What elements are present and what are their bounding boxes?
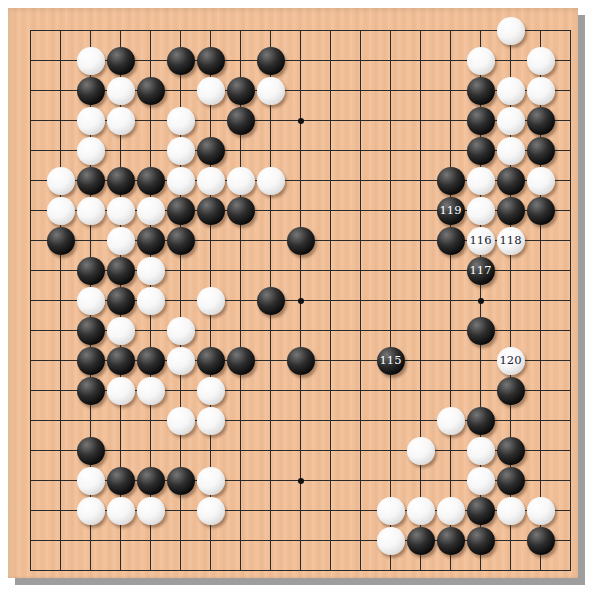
- stone-white[interactable]: [107, 77, 135, 105]
- stone-white[interactable]: [467, 197, 495, 225]
- stone-white[interactable]: [107, 377, 135, 405]
- stone-black[interactable]: [77, 257, 105, 285]
- stone-black[interactable]: [497, 167, 525, 195]
- go-board[interactable]: 119116118117115120: [8, 8, 578, 578]
- stone-white[interactable]: [497, 497, 525, 525]
- stone-white-move-118[interactable]: 118: [497, 227, 525, 255]
- stone-white[interactable]: [377, 497, 405, 525]
- stone-white[interactable]: [227, 167, 255, 195]
- stone-white[interactable]: [257, 167, 285, 195]
- stone-black[interactable]: [197, 347, 225, 375]
- stone-black[interactable]: [107, 257, 135, 285]
- stone-white[interactable]: [107, 107, 135, 135]
- stone-white[interactable]: [437, 497, 465, 525]
- stone-black[interactable]: [167, 227, 195, 255]
- stone-white[interactable]: [167, 407, 195, 435]
- stone-black[interactable]: [467, 527, 495, 555]
- stone-white[interactable]: [497, 107, 525, 135]
- stone-black[interactable]: [257, 47, 285, 75]
- move-number-label: 115: [380, 355, 402, 367]
- stone-white[interactable]: [197, 167, 225, 195]
- grid-line-vertical: [420, 30, 421, 571]
- stone-black[interactable]: [467, 137, 495, 165]
- stone-black[interactable]: [167, 197, 195, 225]
- stone-black[interactable]: [467, 107, 495, 135]
- stone-black[interactable]: [167, 467, 195, 495]
- stone-white[interactable]: [47, 167, 75, 195]
- stone-white[interactable]: [107, 317, 135, 345]
- stone-white[interactable]: [467, 437, 495, 465]
- stone-black[interactable]: [227, 347, 255, 375]
- stone-white[interactable]: [167, 347, 195, 375]
- star-point: [298, 478, 304, 484]
- move-number-label: 118: [500, 235, 522, 247]
- stone-black[interactable]: [107, 347, 135, 375]
- stone-black[interactable]: [497, 197, 525, 225]
- stone-black[interactable]: [197, 47, 225, 75]
- stone-black[interactable]: [497, 437, 525, 465]
- star-point: [298, 298, 304, 304]
- stone-black[interactable]: [77, 77, 105, 105]
- stone-black[interactable]: [77, 347, 105, 375]
- move-number-label: 120: [500, 355, 522, 367]
- stone-white[interactable]: [137, 497, 165, 525]
- stone-white-move-116[interactable]: 116: [467, 227, 495, 255]
- stone-black[interactable]: [137, 77, 165, 105]
- stone-black-move-117[interactable]: 117: [467, 257, 495, 285]
- stone-black-move-115[interactable]: 115: [377, 347, 405, 375]
- stone-black[interactable]: [527, 197, 555, 225]
- move-number-label: 116: [470, 235, 492, 247]
- stone-black[interactable]: [497, 467, 525, 495]
- stone-black[interactable]: [137, 167, 165, 195]
- stone-white[interactable]: [497, 137, 525, 165]
- stone-white[interactable]: [197, 287, 225, 315]
- stone-black[interactable]: [77, 317, 105, 345]
- stone-black[interactable]: [467, 317, 495, 345]
- stone-white-move-120[interactable]: 120: [497, 347, 525, 375]
- star-point: [478, 298, 484, 304]
- stone-black[interactable]: [257, 287, 285, 315]
- stone-black[interactable]: [137, 467, 165, 495]
- stone-white[interactable]: [77, 137, 105, 165]
- stone-black[interactable]: [77, 437, 105, 465]
- stone-black[interactable]: [47, 227, 75, 255]
- stone-black[interactable]: [107, 47, 135, 75]
- grid-line-vertical: [570, 30, 571, 571]
- stone-white[interactable]: [407, 497, 435, 525]
- stone-white[interactable]: [497, 77, 525, 105]
- stone-white[interactable]: [437, 407, 465, 435]
- stone-black[interactable]: [137, 227, 165, 255]
- stone-black[interactable]: [527, 137, 555, 165]
- stone-white[interactable]: [257, 77, 285, 105]
- stone-black[interactable]: [77, 377, 105, 405]
- stone-black[interactable]: [527, 107, 555, 135]
- stone-white[interactable]: [137, 287, 165, 315]
- stone-black[interactable]: [497, 377, 525, 405]
- stone-white[interactable]: [467, 167, 495, 195]
- move-number-label: 119: [440, 205, 462, 217]
- stone-white[interactable]: [377, 527, 405, 555]
- stone-black[interactable]: [167, 47, 195, 75]
- stone-white[interactable]: [407, 437, 435, 465]
- stone-black[interactable]: [107, 467, 135, 495]
- stone-white[interactable]: [107, 227, 135, 255]
- stone-black[interactable]: [227, 197, 255, 225]
- stone-white[interactable]: [167, 167, 195, 195]
- stone-black-move-119[interactable]: 119: [437, 197, 465, 225]
- stone-white[interactable]: [167, 107, 195, 135]
- stone-white[interactable]: [197, 77, 225, 105]
- grid-line-vertical: [360, 30, 361, 571]
- stone-white[interactable]: [197, 407, 225, 435]
- stone-black[interactable]: [287, 347, 315, 375]
- grid-line-horizontal: [30, 570, 571, 571]
- stone-black[interactable]: [437, 167, 465, 195]
- stone-white[interactable]: [167, 317, 195, 345]
- stone-white[interactable]: [107, 197, 135, 225]
- star-point: [298, 118, 304, 124]
- stone-white[interactable]: [527, 497, 555, 525]
- stone-white[interactable]: [137, 197, 165, 225]
- stone-white[interactable]: [527, 77, 555, 105]
- stone-white[interactable]: [77, 497, 105, 525]
- stone-white[interactable]: [527, 47, 555, 75]
- stone-black[interactable]: [107, 287, 135, 315]
- stone-white[interactable]: [467, 467, 495, 495]
- stone-white[interactable]: [47, 197, 75, 225]
- stone-black[interactable]: [407, 527, 435, 555]
- go-diagram: 119116118117115120: [0, 0, 600, 600]
- stone-white[interactable]: [77, 197, 105, 225]
- stone-white[interactable]: [527, 167, 555, 195]
- stone-black[interactable]: [467, 407, 495, 435]
- grid-line-vertical: [390, 30, 391, 571]
- stone-black[interactable]: [77, 167, 105, 195]
- stone-white[interactable]: [497, 17, 525, 45]
- stone-white[interactable]: [467, 47, 495, 75]
- stone-black[interactable]: [437, 227, 465, 255]
- stone-black[interactable]: [137, 347, 165, 375]
- grid-line-vertical: [330, 30, 331, 571]
- stone-black[interactable]: [227, 77, 255, 105]
- stone-black[interactable]: [197, 137, 225, 165]
- stone-white[interactable]: [77, 107, 105, 135]
- stone-white[interactable]: [167, 137, 195, 165]
- stone-white[interactable]: [197, 497, 225, 525]
- stone-white[interactable]: [77, 287, 105, 315]
- stone-white[interactable]: [197, 377, 225, 405]
- stone-black[interactable]: [437, 527, 465, 555]
- stone-white[interactable]: [77, 47, 105, 75]
- stone-black[interactable]: [527, 527, 555, 555]
- stone-black[interactable]: [107, 167, 135, 195]
- stone-black[interactable]: [467, 77, 495, 105]
- stone-white[interactable]: [197, 467, 225, 495]
- stone-white[interactable]: [77, 467, 105, 495]
- stone-black[interactable]: [197, 197, 225, 225]
- stone-black[interactable]: [287, 227, 315, 255]
- stone-white[interactable]: [107, 497, 135, 525]
- stone-black[interactable]: [467, 497, 495, 525]
- move-number-label: 117: [470, 265, 492, 277]
- stone-black[interactable]: [227, 107, 255, 135]
- stone-white[interactable]: [137, 257, 165, 285]
- grid-line-vertical: [450, 30, 451, 571]
- stone-white[interactable]: [137, 377, 165, 405]
